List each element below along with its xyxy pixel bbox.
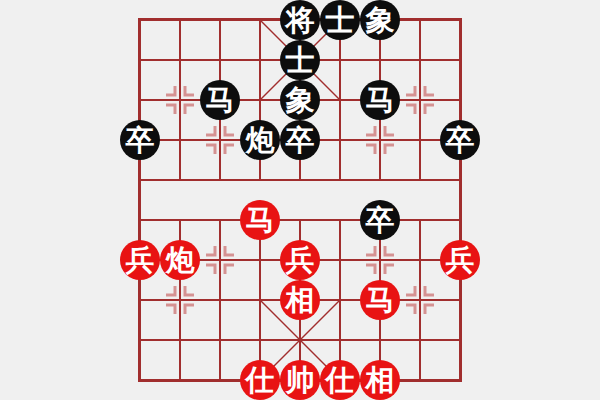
star-point-mark [206,126,215,135]
star-point-mark [206,246,215,255]
star-point-mark [366,126,375,135]
piece-black-cannon[interactable]: 炮 [240,120,280,160]
star-point-mark [366,265,375,274]
piece-red-horse[interactable]: 马 [240,200,280,240]
star-point-mark [425,305,434,314]
piece-red-soldier[interactable]: 兵 [440,240,480,280]
star-point-mark [406,105,415,114]
star-point-mark [406,286,415,295]
star-point-mark [406,86,415,95]
piece-red-soldier[interactable]: 兵 [280,240,320,280]
star-point-mark [206,145,215,154]
star-point-mark [406,305,415,314]
star-point-mark [425,286,434,295]
star-point-mark [385,265,394,274]
star-point-mark [185,86,194,95]
star-point-mark [185,305,194,314]
piece-black-soldier[interactable]: 卒 [440,120,480,160]
xiangqi-board: 将士象士马象马卒炮卒卒马卒兵炮兵兵相马仕帅仕相 [0,0,600,400]
star-point-mark [225,145,234,154]
star-point-mark [225,265,234,274]
piece-red-advisor[interactable]: 仕 [320,360,360,400]
star-point-mark [166,286,175,295]
star-point-mark [206,265,215,274]
piece-red-elephant[interactable]: 相 [280,280,320,320]
piece-black-soldier[interactable]: 卒 [280,120,320,160]
star-point-mark [385,145,394,154]
piece-black-soldier[interactable]: 卒 [360,200,400,240]
piece-black-soldier[interactable]: 卒 [120,120,160,160]
piece-red-cannon[interactable]: 炮 [160,240,200,280]
piece-black-general[interactable]: 将 [280,0,320,40]
star-point-mark [425,86,434,95]
piece-black-advisor[interactable]: 士 [320,0,360,40]
piece-black-advisor[interactable]: 士 [280,40,320,80]
piece-black-elephant[interactable]: 象 [280,80,320,120]
piece-red-advisor[interactable]: 仕 [240,360,280,400]
star-point-mark [185,105,194,114]
star-point-mark [225,126,234,135]
piece-red-general[interactable]: 帅 [280,360,320,400]
star-point-mark [385,246,394,255]
star-point-mark [166,86,175,95]
piece-red-horse[interactable]: 马 [360,280,400,320]
star-point-mark [225,246,234,255]
star-point-mark [166,305,175,314]
piece-black-elephant[interactable]: 象 [360,0,400,40]
star-point-mark [366,145,375,154]
piece-red-soldier[interactable]: 兵 [120,240,160,280]
piece-red-elephant[interactable]: 相 [360,360,400,400]
star-point-mark [166,105,175,114]
star-point-mark [425,105,434,114]
star-point-mark [366,246,375,255]
star-point-mark [185,286,194,295]
piece-black-horse[interactable]: 马 [200,80,240,120]
piece-black-horse[interactable]: 马 [360,80,400,120]
star-point-mark [385,126,394,135]
